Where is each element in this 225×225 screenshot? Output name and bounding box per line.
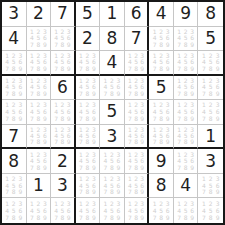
given-digit: 7 <box>8 128 19 145</box>
given-digit: 6 <box>57 79 68 96</box>
pencil-mark-digit: 9 <box>42 139 49 145</box>
sudoku-cell-r3c3[interactable]: 123456789 <box>51 51 76 76</box>
sudoku-cell-r5c4[interactable]: 123456789 <box>76 100 101 125</box>
pencil-marks: 123456789 <box>174 125 198 148</box>
pencil-mark-digit: 7 <box>200 189 207 196</box>
sudoku-cell-r7c1[interactable]: 8 <box>2 149 27 174</box>
pencil-marks: 123456789 <box>51 27 74 51</box>
sudoku-cell-r1c7[interactable]: 4 <box>149 2 174 27</box>
pencil-marks: 123456789 <box>51 125 74 148</box>
pencil-marks: 123456789 <box>174 100 198 124</box>
given-digit: 5 <box>82 5 93 22</box>
given-digit: 3 <box>8 5 19 22</box>
sudoku-cell-r6c5[interactable]: 3 <box>100 125 125 150</box>
pencil-mark-digit: 8 <box>207 91 214 98</box>
pencil-marks: 123456789 <box>125 51 148 74</box>
pencil-marks: 123456789 <box>100 198 124 223</box>
given-digit: 5 <box>107 103 118 120</box>
pencil-marks: 123456789 <box>76 100 100 124</box>
sudoku-cell-r7c3[interactable]: 2 <box>51 149 76 174</box>
given-digit: 1 <box>205 128 216 145</box>
sudoku-cell-r2c5[interactable]: 8 <box>100 27 125 52</box>
sudoku-cell-r4c5[interactable]: 123456789 <box>100 76 125 101</box>
pencil-mark-digit: 9 <box>42 91 49 98</box>
pencil-mark-digit: 9 <box>17 189 24 196</box>
pencil-marks: 123456789 <box>100 149 124 173</box>
sudoku-cell-r1c6[interactable]: 6 <box>125 2 150 27</box>
sudoku-cell-r3c1[interactable]: 123456789 <box>2 51 27 76</box>
pencil-mark-digit: 9 <box>65 115 71 122</box>
pencil-mark-digit: 9 <box>164 139 171 145</box>
sudoku-cell-r6c2[interactable]: 123456789 <box>27 125 52 150</box>
sudoku-cell-r7c4[interactable]: 123456789 <box>76 149 101 174</box>
given-digit: 9 <box>180 5 191 22</box>
pencil-mark-digit: 9 <box>214 115 221 122</box>
given-digit: 2 <box>57 153 68 170</box>
pencil-marks: 123456789 <box>2 198 26 223</box>
sudoku-cell-r9c8[interactable]: 123456789 <box>174 198 199 223</box>
pencil-marks: 123456789 <box>76 125 100 148</box>
pencil-mark-digit: 9 <box>91 139 98 145</box>
sudoku-cell-r8c9[interactable]: 123456789 <box>198 174 223 199</box>
pencil-marks: 123456789 <box>51 100 74 124</box>
pencil-marks: 123456789 <box>149 125 173 148</box>
sudoku-cell-r6c3[interactable]: 123456789 <box>51 125 76 150</box>
sudoku-cell-r1c5[interactable]: 1 <box>100 2 125 27</box>
pencil-mark-digit: 9 <box>91 115 98 122</box>
given-digit: 1 <box>107 5 118 22</box>
pencil-marks: 123456789 <box>76 149 100 173</box>
sudoku-cell-r7c8[interactable]: 123456789 <box>174 149 199 174</box>
sudoku-cell-r4c7[interactable]: 5 <box>149 76 174 101</box>
pencil-marks: 123456789 <box>198 174 223 198</box>
pencil-mark-digit: 9 <box>65 214 71 221</box>
sudoku-cell-r5c1[interactable]: 123456789 <box>2 100 27 125</box>
sudoku-cell-r8c3[interactable]: 3 <box>51 174 76 199</box>
sudoku-cell-r9c9[interactable]: 123456789 <box>198 198 223 223</box>
pencil-marks: 123456789 <box>2 100 26 124</box>
pencil-mark-digit: 9 <box>189 65 196 71</box>
pencil-mark-digit: 9 <box>17 214 24 221</box>
pencil-marks: 123456789 <box>76 198 100 223</box>
sudoku-cell-r4c6[interactable]: 123456789 <box>125 76 150 101</box>
sudoku-cell-r1c3[interactable]: 7 <box>51 2 76 27</box>
sudoku-cell-r8c7[interactable]: 8 <box>149 174 174 199</box>
pencil-mark-digit: 9 <box>139 91 145 98</box>
sudoku-cell-r7c7[interactable]: 9 <box>149 149 174 174</box>
sudoku-cell-r2c9[interactable]: 5 <box>198 27 223 52</box>
pencil-marks: 123456789 <box>125 76 148 100</box>
pencil-marks: 123456789 <box>125 100 148 124</box>
sudoku-cell-r5c6[interactable]: 123456789 <box>125 100 150 125</box>
pencil-marks: 123456789 <box>76 76 100 100</box>
pencil-mark-digit: 9 <box>115 189 122 196</box>
pencil-mark-digit: 9 <box>189 214 196 221</box>
pencil-marks: 123456789 <box>174 149 198 173</box>
sudoku-cell-r7c5[interactable]: 123456789 <box>100 149 125 174</box>
pencil-mark-digit: 9 <box>91 65 98 71</box>
pencil-mark-digit: 9 <box>189 91 196 98</box>
pencil-mark-digit: 9 <box>214 214 221 221</box>
pencil-mark-digit: 9 <box>139 189 145 196</box>
sudoku-cell-r2c1[interactable]: 4 <box>2 27 27 52</box>
pencil-marks: 123456789 <box>27 27 51 51</box>
pencil-mark-digit: 9 <box>139 65 145 71</box>
sudoku-cell-r3c8[interactable]: 123456789 <box>174 51 199 76</box>
sudoku-cell-r4c3[interactable]: 6 <box>51 76 76 101</box>
given-digit: 1 <box>33 177 44 194</box>
sudoku-cell-r7c6[interactable]: 123456789 <box>125 149 150 174</box>
sudoku-cell-r9c5[interactable]: 123456789 <box>100 198 125 223</box>
pencil-mark-digit: 7 <box>200 115 207 122</box>
sudoku-board: 3275164984123456789123456789287123456789… <box>0 0 225 225</box>
pencil-mark-digit: 9 <box>42 42 49 49</box>
sudoku-cell-r4c1[interactable]: 123456789 <box>2 76 27 101</box>
sudoku-cell-r3c5[interactable]: 4 <box>100 51 125 76</box>
sudoku-cell-r9c6[interactable]: 123456789 <box>125 198 150 223</box>
given-digit: 8 <box>205 5 216 22</box>
pencil-mark-digit: 9 <box>115 214 122 221</box>
given-digit: 3 <box>107 128 118 145</box>
sudoku-cell-r1c8[interactable]: 9 <box>174 2 199 27</box>
pencil-mark-digit: 9 <box>65 65 71 71</box>
pencil-mark-digit: 9 <box>42 115 49 122</box>
sudoku-cell-r2c3[interactable]: 123456789 <box>51 27 76 52</box>
pencil-marks: 123456789 <box>174 198 198 223</box>
pencil-marks: 123456789 <box>27 76 51 100</box>
sudoku-cell-r5c9[interactable]: 123456789 <box>198 100 223 125</box>
pencil-mark-digit: 9 <box>65 42 71 49</box>
pencil-marks: 123456789 <box>27 100 51 124</box>
pencil-marks: 123456789 <box>125 125 148 148</box>
pencil-mark-digit: 7 <box>200 65 207 71</box>
pencil-mark-digit: 9 <box>164 115 171 122</box>
sudoku-cell-r9c3[interactable]: 123456789 <box>51 198 76 223</box>
given-digit: 5 <box>156 79 167 96</box>
sudoku-cell-r5c7[interactable]: 123456789 <box>149 100 174 125</box>
pencil-marks: 123456789 <box>149 100 173 124</box>
pencil-mark-digit: 8 <box>207 189 214 196</box>
pencil-mark-digit: 9 <box>214 65 221 71</box>
pencil-marks: 123456789 <box>27 125 51 148</box>
pencil-marks: 123456789 <box>198 51 223 74</box>
sudoku-cell-r2c4[interactable]: 2 <box>76 27 101 52</box>
given-digit: 4 <box>156 5 167 22</box>
pencil-mark-digit: 9 <box>189 42 196 49</box>
sudoku-cell-r9c7[interactable]: 123456789 <box>149 198 174 223</box>
sudoku-cell-r1c9[interactable]: 8 <box>198 2 223 27</box>
sudoku-cell-r3c2[interactable]: 123456789 <box>27 51 52 76</box>
pencil-mark-digit: 9 <box>17 65 24 71</box>
sudoku-cell-r6c8[interactable]: 123456789 <box>174 125 199 150</box>
sudoku-cell-r8c6[interactable]: 123456789 <box>125 174 150 199</box>
pencil-mark-digit: 9 <box>91 214 98 221</box>
pencil-marks: 123456789 <box>125 174 148 198</box>
pencil-marks: 123456789 <box>76 51 100 74</box>
pencil-mark-digit: 9 <box>139 115 145 122</box>
pencil-mark-digit: 9 <box>164 65 171 71</box>
sudoku-cell-r6c4[interactable]: 123456789 <box>76 125 101 150</box>
pencil-marks: 123456789 <box>27 198 51 223</box>
pencil-marks: 123456789 <box>2 174 26 198</box>
sudoku-cell-r9c1[interactable]: 123456789 <box>2 198 27 223</box>
pencil-marks: 123456789 <box>100 76 124 100</box>
pencil-marks: 123456789 <box>198 198 223 223</box>
sudoku-cell-r4c2[interactable]: 123456789 <box>27 76 52 101</box>
pencil-mark-digit: 9 <box>189 115 196 122</box>
sudoku-cell-r6c1[interactable]: 7 <box>2 125 27 150</box>
pencil-mark-digit: 9 <box>42 65 49 71</box>
given-digit: 4 <box>107 54 118 71</box>
sudoku-cell-r6c9[interactable]: 1 <box>198 125 223 150</box>
sudoku-cell-r9c2[interactable]: 123456789 <box>27 198 52 223</box>
pencil-marks: 123456789 <box>51 51 74 74</box>
pencil-mark-digit: 9 <box>115 91 122 98</box>
sudoku-cell-r8c2[interactable]: 1 <box>27 174 52 199</box>
pencil-mark-digit: 7 <box>200 214 207 221</box>
sudoku-cell-r8c1[interactable]: 123456789 <box>2 174 27 199</box>
pencil-marks: 123456789 <box>27 51 51 74</box>
sudoku-cell-r5c2[interactable]: 123456789 <box>27 100 52 125</box>
pencil-marks: 123456789 <box>2 51 26 74</box>
sudoku-cell-r6c6[interactable]: 123456789 <box>125 125 150 150</box>
given-digit: 7 <box>57 5 68 22</box>
sudoku-cell-r2c7[interactable]: 123456789 <box>149 27 174 52</box>
given-digit: 9 <box>156 153 167 170</box>
pencil-marks: 123456789 <box>174 27 198 51</box>
sudoku-cell-r3c9[interactable]: 123456789 <box>198 51 223 76</box>
pencil-marks: 123456789 <box>125 149 148 173</box>
given-digit: 2 <box>33 5 44 22</box>
pencil-mark-digit: 9 <box>139 214 145 221</box>
sudoku-cell-r7c9[interactable]: 3 <box>198 149 223 174</box>
sudoku-cell-r4c4[interactable]: 123456789 <box>76 76 101 101</box>
sudoku-cell-r2c6[interactable]: 7 <box>125 27 150 52</box>
given-digit: 5 <box>205 30 216 47</box>
pencil-mark-digit: 9 <box>42 164 49 171</box>
pencil-mark-digit: 8 <box>207 65 214 71</box>
given-digit: 3 <box>57 177 68 194</box>
pencil-mark-digit: 9 <box>17 115 24 122</box>
pencil-marks: 123456789 <box>149 51 173 74</box>
sudoku-cell-r7c2[interactable]: 123456789 <box>27 149 52 174</box>
sudoku-cell-r3c7[interactable]: 123456789 <box>149 51 174 76</box>
pencil-marks: 123456789 <box>149 27 173 51</box>
pencil-marks: 123456789 <box>149 198 173 223</box>
sudoku-cell-r4c8[interactable]: 123456789 <box>174 76 199 101</box>
sudoku-cell-r5c8[interactable]: 123456789 <box>174 100 199 125</box>
sudoku-cell-r6c7[interactable]: 123456789 <box>149 125 174 150</box>
pencil-marks: 123456789 <box>51 198 74 223</box>
given-digit: 4 <box>8 30 19 47</box>
pencil-mark-digit: 9 <box>189 139 196 145</box>
pencil-marks: 123456789 <box>100 174 124 198</box>
given-digit: 8 <box>8 153 19 170</box>
sudoku-cell-r1c1[interactable]: 3 <box>2 2 27 27</box>
sudoku-cell-r5c5[interactable]: 5 <box>100 100 125 125</box>
given-digit: 2 <box>82 30 93 47</box>
pencil-marks: 123456789 <box>198 76 223 100</box>
pencil-marks: 123456789 <box>27 149 51 173</box>
given-digit: 7 <box>131 30 142 47</box>
pencil-mark-digit: 9 <box>65 139 71 145</box>
sudoku-cell-r9c4[interactable]: 123456789 <box>76 198 101 223</box>
sudoku-cell-r4c9[interactable]: 123456789 <box>198 76 223 101</box>
given-digit: 6 <box>131 5 142 22</box>
pencil-mark-digit: 9 <box>214 91 221 98</box>
pencil-mark-digit: 9 <box>91 189 98 196</box>
pencil-mark-digit: 8 <box>207 214 214 221</box>
pencil-mark-digit: 9 <box>115 164 122 171</box>
pencil-mark-digit: 9 <box>164 42 171 49</box>
sudoku-cell-r2c2[interactable]: 123456789 <box>27 27 52 52</box>
sudoku-cell-r1c2[interactable]: 2 <box>27 2 52 27</box>
pencil-marks: 123456789 <box>174 51 198 74</box>
given-digit: 8 <box>156 177 167 194</box>
pencil-mark-digit: 9 <box>139 164 145 171</box>
sudoku-cell-r5c3[interactable]: 123456789 <box>51 100 76 125</box>
sudoku-cell-r3c4[interactable]: 123456789 <box>76 51 101 76</box>
pencil-mark-digit: 7 <box>200 91 207 98</box>
pencil-mark-digit: 8 <box>207 115 214 122</box>
pencil-mark-digit: 9 <box>214 189 221 196</box>
sudoku-cell-r8c8[interactable]: 4 <box>174 174 199 199</box>
pencil-marks: 123456789 <box>2 76 26 100</box>
sudoku-cell-r8c4[interactable]: 123456789 <box>76 174 101 199</box>
pencil-marks: 123456789 <box>174 76 198 100</box>
pencil-marks: 123456789 <box>125 198 148 223</box>
pencil-marks: 123456789 <box>76 174 100 198</box>
pencil-mark-digit: 9 <box>164 214 171 221</box>
pencil-mark-digit: 9 <box>17 91 24 98</box>
pencil-mark-digit: 9 <box>91 164 98 171</box>
pencil-mark-digit: 9 <box>189 164 196 171</box>
pencil-mark-digit: 9 <box>42 214 49 221</box>
sudoku-cell-r2c8[interactable]: 123456789 <box>174 27 199 52</box>
given-digit: 3 <box>205 153 216 170</box>
pencil-mark-digit: 9 <box>91 91 98 98</box>
pencil-mark-digit: 9 <box>139 139 145 145</box>
pencil-marks: 123456789 <box>198 100 223 124</box>
sudoku-cell-r8c5[interactable]: 123456789 <box>100 174 125 199</box>
sudoku-cell-r3c6[interactable]: 123456789 <box>125 51 150 76</box>
sudoku-cell-r1c4[interactable]: 5 <box>76 2 101 27</box>
given-digit: 4 <box>180 177 191 194</box>
given-digit: 8 <box>107 30 118 47</box>
